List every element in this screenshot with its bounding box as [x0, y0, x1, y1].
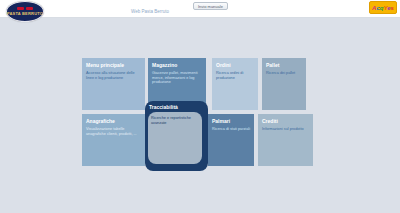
tile-title: Crediti — [262, 118, 310, 124]
tile-subtitle: Ricerca ordini di produzione — [216, 71, 255, 80]
app-title: Web Pasta Berruto — [131, 9, 169, 14]
tile-inner-panel: Ricerche e reportistiche avanzate — [148, 112, 202, 164]
tile-tracciabilita[interactable]: Tracciabilità Ricerche e reportistiche a… — [145, 101, 208, 171]
tile-anagrafiche[interactable]: Anagrafiche Visualizzazione tabelle anag… — [82, 114, 145, 166]
tile-title: Palmari — [212, 118, 251, 124]
tile-subtitle: Ricerche e reportistiche avanzate — [151, 116, 199, 125]
partner-logo-text: AcqYes — [372, 5, 394, 11]
app-window: Web Pasta Berruto Invio manuale PASTA BE… — [0, 0, 400, 213]
partner-logo: AcqYes — [369, 1, 397, 14]
tile-subtitle: Visualizzazione tabelle anagrafiche clie… — [86, 127, 142, 136]
tile-crediti[interactable]: Crediti Informazioni sul prodotto — [258, 114, 313, 166]
tile-title: Anagrafiche — [86, 118, 142, 124]
manual-send-button[interactable]: Invio manuale — [193, 2, 228, 10]
tile-subtitle: Ricerca di stati parziali — [212, 127, 251, 132]
tile-subtitle: Giacenze pallet, movimenti merce, inform… — [152, 71, 203, 85]
tile-subtitle: Informazioni sul prodotto — [262, 127, 310, 132]
brand-logo-text: PASTA BERRUTO — [7, 11, 43, 16]
tile-title: Pallet — [266, 62, 303, 68]
tile-subtitle: Ricerca dei pallet — [266, 71, 303, 76]
tile-title: Menu principale — [86, 62, 142, 68]
tile-subtitle: Accesso alla situazione delle linee e lo… — [86, 71, 142, 80]
tile-title: Ordini — [216, 62, 255, 68]
tile-menu-principale[interactable]: Menu principale Accesso alla situazione … — [82, 58, 145, 110]
header-bar: Web Pasta Berruto Invio manuale — [0, 0, 400, 18]
pasta-berruto-logo: PASTA BERRUTO — [6, 1, 44, 22]
tile-title: Magazzino — [152, 62, 203, 68]
tile-pallet[interactable]: Pallet Ricerca dei pallet — [262, 58, 306, 110]
tile-title: Tracciabilità — [149, 104, 208, 110]
dashboard: Menu principale Accesso alla situazione … — [0, 18, 400, 213]
tile-ordini[interactable]: Ordini Ricerca ordini di produzione — [212, 58, 258, 110]
logo-red-ribbons-icon — [17, 7, 33, 10]
tile-palmari[interactable]: Palmari Ricerca di stati parziali — [208, 114, 254, 166]
